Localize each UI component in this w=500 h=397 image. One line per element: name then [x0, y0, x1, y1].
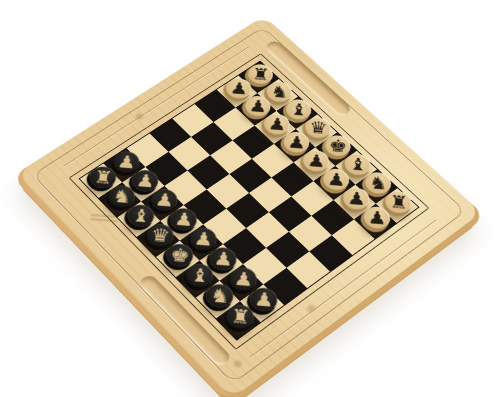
bishop-glyph: ♝ — [348, 153, 367, 175]
queen-glyph: ♛ — [308, 117, 327, 139]
bishop-glyph: ♝ — [189, 263, 211, 287]
queen-glyph: ♛ — [149, 224, 171, 248]
rook-glyph: ♜ — [251, 64, 271, 85]
bishop-glyph: ♝ — [130, 204, 152, 227]
chess-board: ♜♞♝♛♚♝♞♜♟♟♟♟♟♟♟♟♟♟♟♟♟♟♟♟♜♞♝♛♚♝♞♜ — [16, 16, 481, 397]
pawn-glyph: ♟ — [192, 227, 213, 251]
bishop-glyph: ♝ — [289, 99, 308, 120]
king-glyph: ♚ — [169, 243, 191, 267]
pawn-glyph: ♟ — [306, 150, 326, 172]
knight-glyph: ♞ — [368, 172, 387, 195]
pawn-glyph: ♟ — [286, 131, 306, 153]
pawn-glyph: ♟ — [116, 151, 137, 173]
pawn-glyph: ♟ — [267, 113, 287, 135]
pawn-glyph: ♟ — [154, 188, 175, 211]
pawn-glyph: ♟ — [134, 170, 155, 193]
pawn-glyph: ♟ — [248, 96, 268, 117]
pawn-glyph: ♟ — [173, 208, 194, 231]
king-glyph: ♚ — [328, 135, 347, 157]
rook-glyph: ♜ — [389, 191, 408, 214]
squares-grid: ♜♞♝♛♚♝♞♜♟♟♟♟♟♟♟♟♟♟♟♟♟♟♟♟♜♞♝♛♚♝♞♜ — [78, 61, 419, 341]
pawn-glyph: ♟ — [346, 187, 366, 210]
pawn-glyph: ♟ — [233, 267, 254, 291]
rook-glyph: ♜ — [92, 166, 114, 189]
pawn-glyph: ♟ — [326, 168, 346, 191]
knight-glyph: ♞ — [270, 81, 289, 102]
knight-glyph: ♞ — [209, 284, 231, 309]
rook-glyph: ♜ — [229, 304, 251, 329]
knight-glyph: ♞ — [111, 185, 133, 208]
photo-background: ♜♞♝♛♚♝♞♜♟♟♟♟♟♟♟♟♟♟♟♟♟♟♟♟♜♞♝♛♚♝♞♜ — [0, 0, 500, 397]
pawn-glyph: ♟ — [367, 206, 387, 229]
pawn-glyph: ♟ — [212, 247, 233, 271]
pawn-glyph: ♟ — [253, 287, 274, 312]
pawn-glyph: ♟ — [229, 78, 249, 99]
